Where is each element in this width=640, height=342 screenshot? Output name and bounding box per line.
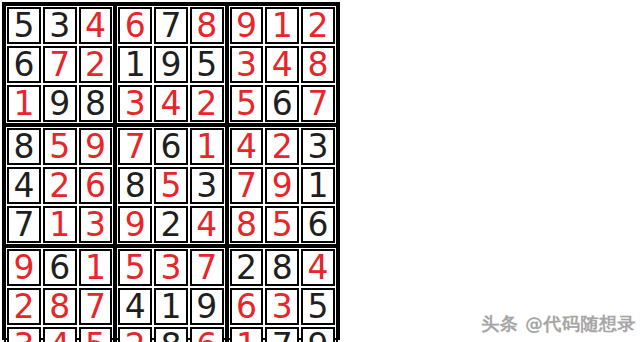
cell-r9c7: 1 — [230, 327, 264, 342]
cell-r8c6: 9 — [190, 288, 224, 325]
cell-r6c2: 1 — [43, 206, 77, 243]
cell-r6c5: 2 — [154, 206, 188, 243]
cell-r2c9: 8 — [301, 46, 335, 83]
cell-r5c1: 4 — [7, 167, 41, 204]
cell-r5c7: 7 — [230, 167, 264, 204]
cell-r6c8: 5 — [265, 206, 299, 243]
cell-r2c8: 4 — [265, 46, 299, 83]
cell-r9c1: 3 — [7, 327, 41, 342]
cell-r8c5: 1 — [154, 288, 188, 325]
cell-r4c2: 5 — [43, 128, 77, 165]
cell-r7c4: 5 — [118, 249, 152, 286]
cell-r3c1: 1 — [7, 85, 41, 122]
box-3-2: 537419286 — [115, 246, 226, 342]
cell-r2c2: 7 — [43, 46, 77, 83]
cell-r6c4: 9 — [118, 206, 152, 243]
cell-r7c9: 4 — [301, 249, 335, 286]
cell-r5c4: 8 — [118, 167, 152, 204]
cell-r2c7: 3 — [230, 46, 264, 83]
cell-r3c6: 2 — [190, 85, 224, 122]
cell-r9c4: 2 — [118, 327, 152, 342]
box-1-3: 912348567 — [227, 4, 338, 125]
cell-r4c7: 4 — [230, 128, 264, 165]
cell-r7c5: 3 — [154, 249, 188, 286]
cell-r4c9: 3 — [301, 128, 335, 165]
cell-r7c8: 8 — [265, 249, 299, 286]
cell-r6c1: 7 — [7, 206, 41, 243]
cell-r5c5: 5 — [154, 167, 188, 204]
cell-r1c6: 8 — [190, 7, 224, 44]
cell-r9c5: 8 — [154, 327, 188, 342]
cell-r2c1: 6 — [7, 46, 41, 83]
cell-r8c2: 8 — [43, 288, 77, 325]
cell-r1c8: 1 — [265, 7, 299, 44]
box-2-3: 423791856 — [227, 125, 338, 246]
cell-r8c7: 6 — [230, 288, 264, 325]
sudoku-board: 5346721986781953429123485678594267137618… — [2, 2, 340, 340]
cell-r3c3: 8 — [79, 85, 113, 122]
cell-r9c6: 6 — [190, 327, 224, 342]
cell-r3c7: 5 — [230, 85, 264, 122]
cell-r1c7: 9 — [230, 7, 264, 44]
box-1-1: 534672198 — [4, 4, 115, 125]
box-3-1: 961287345 — [4, 246, 115, 342]
cell-r4c3: 9 — [79, 128, 113, 165]
cell-r6c7: 8 — [230, 206, 264, 243]
watermark: 头条 @代码随想录 — [481, 312, 636, 336]
cell-r9c9: 9 — [301, 327, 335, 342]
cell-r4c5: 6 — [154, 128, 188, 165]
cell-r1c9: 2 — [301, 7, 335, 44]
cell-r3c2: 9 — [43, 85, 77, 122]
cell-r5c9: 1 — [301, 167, 335, 204]
cell-r6c3: 3 — [79, 206, 113, 243]
cell-r1c5: 7 — [154, 7, 188, 44]
cell-r6c9: 6 — [301, 206, 335, 243]
cell-r9c3: 5 — [79, 327, 113, 342]
box-2-1: 859426713 — [4, 125, 115, 246]
cell-r5c3: 6 — [79, 167, 113, 204]
cell-r1c4: 6 — [118, 7, 152, 44]
cell-r7c3: 1 — [79, 249, 113, 286]
page-canvas: 5346721986781953429123485678594267137618… — [0, 0, 640, 342]
box-2-2: 761853924 — [115, 125, 226, 246]
cell-r9c2: 4 — [43, 327, 77, 342]
cell-r8c3: 7 — [79, 288, 113, 325]
cell-r5c6: 3 — [190, 167, 224, 204]
cell-r4c6: 1 — [190, 128, 224, 165]
cell-r4c4: 7 — [118, 128, 152, 165]
cell-r5c8: 9 — [265, 167, 299, 204]
cell-r3c9: 7 — [301, 85, 335, 122]
cell-r5c2: 2 — [43, 167, 77, 204]
cell-r3c4: 3 — [118, 85, 152, 122]
cell-r6c6: 4 — [190, 206, 224, 243]
cell-r1c2: 3 — [43, 7, 77, 44]
cell-r9c8: 7 — [265, 327, 299, 342]
cell-r2c5: 9 — [154, 46, 188, 83]
cell-r8c1: 2 — [7, 288, 41, 325]
cell-r3c5: 4 — [154, 85, 188, 122]
cell-r8c8: 3 — [265, 288, 299, 325]
cell-r2c3: 2 — [79, 46, 113, 83]
cell-r4c1: 8 — [7, 128, 41, 165]
cell-r7c6: 7 — [190, 249, 224, 286]
cell-r4c8: 2 — [265, 128, 299, 165]
cell-r7c2: 6 — [43, 249, 77, 286]
cell-r3c8: 6 — [265, 85, 299, 122]
cell-r8c4: 4 — [118, 288, 152, 325]
cell-r1c1: 5 — [7, 7, 41, 44]
cell-r7c1: 9 — [7, 249, 41, 286]
box-3-3: 284635179 — [227, 246, 338, 342]
cell-r2c4: 1 — [118, 46, 152, 83]
cell-r2c6: 5 — [190, 46, 224, 83]
box-1-2: 678195342 — [115, 4, 226, 125]
cell-r8c9: 5 — [301, 288, 335, 325]
cell-r1c3: 4 — [79, 7, 113, 44]
cell-r7c7: 2 — [230, 249, 264, 286]
